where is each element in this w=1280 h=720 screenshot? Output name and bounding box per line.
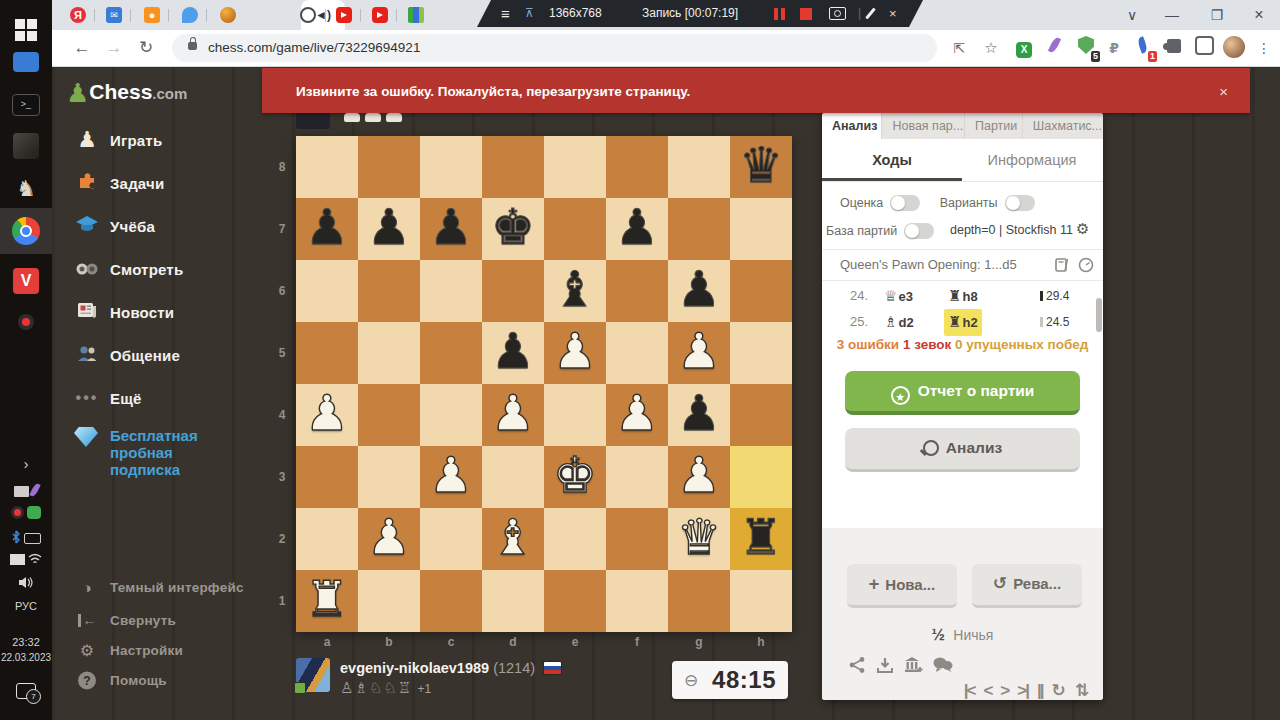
- people-icon: [74, 344, 100, 366]
- player-clock: ⊖ 48:15: [672, 661, 788, 699]
- mistakes-count: 3 ошибки: [837, 337, 899, 352]
- explorer-clock-icon[interactable]: [1078, 257, 1094, 273]
- binoculars-icon: [74, 258, 100, 280]
- tray-record-bear-icons[interactable]: [0, 506, 52, 521]
- square-e6[interactable]: ♝: [544, 260, 606, 322]
- online-badge: [294, 682, 306, 694]
- chess-board[interactable]: ♛♟♟♟♚♟♝♟♟♟♟♟♟♟♟♟♚♟♟♝♛♜♜: [296, 136, 792, 632]
- white-move-24[interactable]: ♕e3: [884, 283, 913, 310]
- yandex-tab-icon[interactable]: Я: [70, 7, 86, 23]
- white-pawn-c3[interactable]: ♟: [420, 446, 482, 508]
- game-stats: 3 ошибки 1 зевок 0 упущенных побед: [822, 337, 1103, 352]
- square-g3[interactable]: ♟: [668, 446, 730, 508]
- square-b2[interactable]: ♟: [358, 508, 420, 570]
- white-bishop-icon: ♗: [884, 313, 897, 331]
- square-c4[interactable]: [420, 384, 482, 446]
- square-f3[interactable]: [606, 446, 668, 508]
- panel-lower-section: +Нова... ↺Рева... ½ Ничья |< <: [822, 528, 1103, 700]
- plus-icon: +: [869, 574, 880, 594]
- file-label-g: g: [668, 635, 730, 649]
- move-navigation: |< < > >| || ↻ ⇅: [964, 680, 1089, 701]
- recorder-stop-icon[interactable]: [800, 0, 812, 27]
- player-avatar[interactable]: [296, 658, 330, 692]
- database-toggle-label: База партий: [826, 224, 897, 238]
- square-a8[interactable]: [296, 136, 358, 198]
- opening-row[interactable]: Queen's Pawn Opening: 1...d5: [822, 249, 1103, 281]
- white-king-e3[interactable]: ♚: [544, 446, 606, 508]
- black-rook-icon: ♜: [948, 287, 961, 305]
- sidebar-item-dark-ui[interactable]: ◑ Темный интерфейс: [52, 572, 262, 602]
- notifications-icon[interactable]: 7: [0, 683, 52, 703]
- rank-label-5: 5: [274, 346, 290, 360]
- database-toggle-row: База партий: [826, 223, 934, 239]
- blunders-count: 1 зевок: [903, 337, 951, 352]
- clock-date: 22.03.2023: [0, 652, 52, 663]
- square-g7[interactable]: [668, 198, 730, 260]
- rank-label-2: 2: [274, 532, 290, 546]
- database-bank-icon[interactable]: [904, 656, 923, 674]
- nav-first-icon[interactable]: |<: [964, 681, 975, 701]
- game-report-button[interactable]: ★Отчет о партии: [845, 371, 1080, 415]
- nav-pause-icon[interactable]: ||: [1037, 681, 1043, 701]
- square-g1[interactable]: [668, 570, 730, 632]
- lines-toggle-label: Варианты: [940, 196, 998, 210]
- lines-toggle[interactable]: [1005, 195, 1035, 211]
- square-f6[interactable]: [606, 260, 668, 322]
- sidebar-item-puzzles[interactable]: Задачи: [52, 162, 262, 204]
- square-c7[interactable]: ♟: [420, 198, 482, 260]
- diamond-icon: [74, 427, 98, 447]
- square-g8[interactable]: [668, 136, 730, 198]
- extension-green-icon[interactable]: X: [1012, 36, 1036, 60]
- square-e7[interactable]: [544, 198, 606, 260]
- square-c1[interactable]: [420, 570, 482, 632]
- black-king-d7[interactable]: ♚: [482, 198, 544, 260]
- square-a5[interactable]: [296, 322, 358, 384]
- notification-count: 7: [26, 689, 41, 704]
- recorder-pause-icon[interactable]: [772, 0, 786, 27]
- panel-tabs: Анализ Новая пар... Партии Шахматис...: [822, 113, 1103, 139]
- chrome-app-icon[interactable]: [0, 217, 52, 249]
- analysis-panel: Анализ Новая пар... Партии Шахматис... Х…: [822, 113, 1103, 700]
- player-rating: (1214): [493, 660, 535, 676]
- youtube-tab-icon-2[interactable]: [372, 7, 388, 23]
- eval-toggle-row: Оценка Варианты: [840, 195, 1035, 211]
- square-d2[interactable]: ♝: [482, 508, 544, 570]
- opponent-captured-piece: [365, 113, 381, 122]
- square-g4[interactable]: ♟: [668, 384, 730, 446]
- tray-monitor-feather-icons[interactable]: [0, 483, 52, 499]
- new-game-button[interactable]: +Нова...: [847, 564, 957, 608]
- chesscom-pawn-icon: ♟: [66, 78, 89, 108]
- square-d8[interactable]: [482, 136, 544, 198]
- move-row-25[interactable]: 25. ♗d2 ♜h2 24.5: [822, 309, 1103, 335]
- square-e2[interactable]: [544, 508, 606, 570]
- square-a4[interactable]: ♟: [296, 384, 358, 446]
- database-toggle[interactable]: [904, 223, 934, 239]
- file-label-a: a: [296, 635, 358, 649]
- square-b5[interactable]: [358, 322, 420, 384]
- wifi-icon: [28, 553, 42, 565]
- share-icon[interactable]: [848, 656, 866, 674]
- recorder-screenshot-icon[interactable]: [829, 0, 846, 27]
- square-b6[interactable]: [358, 260, 420, 322]
- tab-games[interactable]: Партии: [965, 113, 1023, 139]
- opponent-captured-piece: [344, 113, 360, 122]
- extension-shield-icon[interactable]: 5: [1074, 36, 1098, 60]
- file-label-f: f: [606, 635, 668, 649]
- square-c6[interactable]: [420, 260, 482, 322]
- rank-label-8: 8: [274, 160, 290, 174]
- white-pawn-f4[interactable]: ♟: [606, 384, 668, 446]
- chess-app-icon[interactable]: ♞: [0, 176, 52, 202]
- window-restore-button[interactable]: ❐: [1202, 0, 1232, 30]
- engine-settings-gear-icon[interactable]: ⚙: [1076, 220, 1089, 238]
- star-icon: ★: [891, 386, 910, 405]
- white-move-25[interactable]: ♗d2: [884, 309, 914, 336]
- white-queen-g2[interactable]: ♛: [668, 508, 730, 570]
- black-move-24[interactable]: ♜h8: [948, 283, 978, 310]
- black-pawn-a7[interactable]: ♟: [296, 198, 358, 260]
- white-pawn-e5[interactable]: ♟: [544, 322, 606, 384]
- stats-tab-icon[interactable]: [408, 7, 424, 23]
- file-label-e: e: [544, 635, 606, 649]
- address-bar[interactable]: chess.com/game/live/73229694921: [172, 34, 937, 62]
- engine-status: depth=0 | Stockfish 11: [950, 223, 1073, 237]
- square-f2[interactable]: [606, 508, 668, 570]
- sidebar-item-play[interactable]: ♟ Играть: [52, 119, 262, 161]
- white-rook-a1[interactable]: ♜: [296, 570, 358, 632]
- square-a1[interactable]: ♜: [296, 570, 358, 632]
- square-h4[interactable]: [730, 384, 792, 446]
- square-e5[interactable]: ♟: [544, 322, 606, 384]
- square-h7[interactable]: [730, 198, 792, 260]
- more-dots-icon: •••: [74, 389, 100, 407]
- sidebar-item-collapse[interactable]: ← Свернуть: [52, 605, 262, 635]
- black-rook-h2[interactable]: ♜: [730, 508, 792, 570]
- square-d1[interactable]: [482, 570, 544, 632]
- square-g2[interactable]: ♛: [668, 508, 730, 570]
- white-bishop-d2[interactable]: ♝: [482, 508, 544, 570]
- square-h1[interactable]: [730, 570, 792, 632]
- square-b8[interactable]: [358, 136, 420, 198]
- white-queen-icon: ♕: [884, 287, 897, 305]
- forward-button[interactable]: →: [100, 34, 128, 62]
- screen: >_ ♞ V › РУС 23:32 22.03.2023 7 Я ✉ ● ◄): [0, 0, 1280, 720]
- square-g5[interactable]: ♟: [668, 322, 730, 384]
- sidebar-item-watch[interactable]: Смотреть: [52, 248, 262, 290]
- square-f4[interactable]: ♟: [606, 384, 668, 446]
- move-number: 25.: [850, 309, 868, 335]
- square-b4[interactable]: [358, 384, 420, 446]
- youtube-tab-icon[interactable]: [336, 7, 352, 23]
- result-half: ½: [932, 626, 945, 643]
- rematch-icon: ↺: [993, 574, 1007, 593]
- square-a3[interactable]: [296, 446, 358, 508]
- tray-bluetooth-battery-icons[interactable]: [0, 530, 52, 546]
- black-pawn-g6[interactable]: ♟: [668, 260, 730, 322]
- language-indicator[interactable]: РУС: [0, 600, 52, 612]
- square-h8[interactable]: ♛: [730, 136, 792, 198]
- opponent-captured-piece: [386, 113, 402, 122]
- player-name[interactable]: evgeniy-nikolaev1989 (1214): [340, 660, 561, 676]
- square-h3[interactable]: [730, 446, 792, 508]
- missed-wins-count: 0 упущенных побед: [955, 337, 1088, 352]
- extension-feather-icon[interactable]: [1042, 36, 1066, 60]
- tab-new-game[interactable]: Новая пар...: [882, 113, 965, 139]
- black-move-25-current[interactable]: ♜h2: [944, 309, 982, 336]
- square-c3[interactable]: ♟: [420, 446, 482, 508]
- sidebar-item-learn[interactable]: Учёба: [52, 205, 262, 247]
- browser-tabstrip: Я ✉ ● ◄) ≡ ⊼ 1366x768 Запись [00:07:19] …: [52, 0, 1280, 30]
- download-icon[interactable]: [876, 656, 894, 674]
- square-b1[interactable]: [358, 570, 420, 632]
- speaker-tab-icon: ◄): [315, 7, 331, 23]
- sidebar-item-social[interactable]: Общение: [52, 334, 262, 376]
- move-number: 24.: [850, 283, 868, 309]
- square-d4[interactable]: ♟: [482, 384, 544, 446]
- black-bishop-e6[interactable]: ♝: [544, 260, 606, 322]
- black-pawn-f7[interactable]: ♟: [606, 198, 668, 260]
- help-icon: ?: [74, 671, 100, 690]
- trial-banner[interactable]: [74, 427, 98, 451]
- black-pawn-b7[interactable]: ♟: [358, 198, 420, 260]
- white-pawn-g3[interactable]: ♟: [668, 446, 730, 508]
- recorder-menu-icon[interactable]: ≡: [501, 0, 510, 27]
- extensions-puzzle-icon[interactable]: [1162, 36, 1186, 60]
- banner-close-icon[interactable]: ×: [1219, 82, 1228, 99]
- file-label-b: b: [358, 635, 420, 649]
- black-queen-h8[interactable]: ♛: [730, 136, 792, 198]
- trial-label[interactable]: Бесплатная пробная подписка: [110, 427, 198, 478]
- subtab-moves[interactable]: Ходы: [822, 139, 962, 181]
- window-close-button[interactable]: ×: [1244, 0, 1274, 30]
- file-label-h: h: [730, 635, 792, 649]
- magnifier-icon: [923, 440, 939, 456]
- subtab-information[interactable]: Информация: [962, 139, 1102, 181]
- square-e3[interactable]: ♚: [544, 446, 606, 508]
- white-pawn-g5[interactable]: ♟: [668, 322, 730, 384]
- collapse-icon: ←: [74, 612, 100, 628]
- browser-menu-icon[interactable]: ⋮: [1252, 36, 1276, 60]
- rank-label-1: 1: [274, 594, 290, 608]
- square-c5[interactable]: [420, 322, 482, 384]
- subtab-underline: [822, 178, 962, 181]
- black-pawn-g4[interactable]: ♟: [668, 384, 730, 446]
- mail-app-icon[interactable]: [0, 52, 52, 76]
- square-a2[interactable]: [296, 508, 358, 570]
- square-d3[interactable]: [482, 446, 544, 508]
- black-rook-icon: ♜: [948, 313, 961, 331]
- tray-expand-icon[interactable]: ›: [0, 456, 52, 472]
- sphere-tab-icon[interactable]: [220, 7, 236, 23]
- moves-scrollbar[interactable]: [1096, 298, 1102, 332]
- black-pawn-d5[interactable]: ♟: [482, 322, 544, 384]
- battery-icon: [24, 533, 41, 544]
- eval-value-25: 24.5: [1040, 309, 1069, 335]
- white-pawn-b2[interactable]: ♟: [358, 508, 420, 570]
- move-row-24[interactable]: 24. ♕e3 ♜h8 29.4: [822, 283, 1103, 309]
- square-d5[interactable]: ♟: [482, 322, 544, 384]
- square-d6[interactable]: [482, 260, 544, 322]
- square-e8[interactable]: [544, 136, 606, 198]
- recorder-close-icon[interactable]: ×: [889, 0, 897, 27]
- recorder-resolution: 1366x768: [549, 0, 602, 27]
- square-f8[interactable]: [606, 136, 668, 198]
- settings-gear-icon: ⚙: [74, 641, 100, 660]
- recorder-app-icon[interactable]: [0, 314, 52, 334]
- file-label-d: d: [482, 635, 544, 649]
- bear-icon: [27, 506, 41, 519]
- nav-prev-icon[interactable]: <: [983, 681, 991, 701]
- eval-toggle-label: Оценка: [840, 196, 883, 210]
- white-pawn-d4[interactable]: ♟: [482, 384, 544, 446]
- square-b3[interactable]: [358, 446, 420, 508]
- square-g6[interactable]: ♟: [668, 260, 730, 322]
- recorder-pin-icon[interactable]: ⊼: [525, 0, 534, 27]
- rematch-button[interactable]: ↺Рева...: [972, 564, 1082, 608]
- clock-pause-icon: ⊖: [684, 670, 698, 691]
- orange-tab-icon[interactable]: ●: [144, 7, 160, 23]
- terminal-app-icon[interactable]: >_: [0, 93, 52, 116]
- chat-icon[interactable]: [933, 656, 953, 674]
- start-button-icon[interactable]: [0, 15, 52, 41]
- square-f1[interactable]: [606, 570, 668, 632]
- rank-label-4: 4: [274, 408, 290, 422]
- square-b7[interactable]: ♟: [358, 198, 420, 260]
- window-minimize-button[interactable]: —: [1157, 0, 1187, 30]
- square-h6[interactable]: [730, 260, 792, 322]
- analysis-button[interactable]: Анализ: [845, 428, 1080, 472]
- share-row: [848, 656, 953, 674]
- tab-players[interactable]: Шахматис...: [1023, 113, 1103, 139]
- feather-icon: [29, 482, 40, 497]
- square-e1[interactable]: [544, 570, 606, 632]
- square-h2[interactable]: ♜: [730, 508, 792, 570]
- nav-last-icon[interactable]: >|: [1017, 681, 1028, 701]
- square-f5[interactable]: [606, 322, 668, 384]
- sidebar-item-news[interactable]: Новости: [52, 291, 262, 333]
- profile-avatar[interactable]: [1222, 36, 1246, 60]
- material-advantage: +1: [417, 682, 431, 696]
- screen-recorder-bar: ≡ ⊼ 1366x768 Запись [00:07:19] | ×: [477, 0, 923, 27]
- volume-icon[interactable]: [0, 576, 52, 591]
- bluetooth-icon: [11, 530, 21, 544]
- nav-flip-icon[interactable]: ⇅: [1075, 680, 1089, 701]
- opening-name: Queen's Pawn Opening: 1...d5: [840, 250, 1017, 280]
- os-taskbar: >_ ♞ V › РУС 23:32 22.03.2023 7: [0, 0, 52, 720]
- window-menu-chevron[interactable]: ∨: [1117, 0, 1147, 30]
- back-button[interactable]: ←: [68, 34, 96, 62]
- square-c2[interactable]: [420, 508, 482, 570]
- extension-ruble-icon[interactable]: ₽: [1102, 36, 1126, 60]
- error-banner-text: Извините за ошибку. Пожалуйста, перезагр…: [296, 83, 690, 98]
- rank-label-6: 6: [274, 284, 290, 298]
- nav-next-icon[interactable]: >: [1000, 681, 1008, 701]
- eval-toggle[interactable]: [890, 195, 920, 211]
- file-label-c: c: [420, 635, 482, 649]
- reload-button[interactable]: ↻: [132, 34, 160, 62]
- panel-subtabs: Ходы Информация: [822, 139, 1103, 182]
- share-page-icon[interactable]: ⇱: [945, 34, 973, 62]
- square-h5[interactable]: [730, 322, 792, 384]
- url-text: chess.com/game/live/73229694921: [208, 34, 420, 62]
- bookmark-star-icon[interactable]: ☆: [977, 34, 1005, 62]
- chesscom-logo[interactable]: ♟Chess.com: [66, 78, 187, 108]
- square-e4[interactable]: [544, 384, 606, 446]
- clock-time: 23:32: [0, 636, 52, 648]
- browser-toolbar: ← → ↻ chess.com/game/live/73229694921 ⇱ …: [52, 30, 1280, 67]
- rank-label-7: 7: [274, 222, 290, 236]
- extension-panel-icon[interactable]: [1192, 36, 1216, 60]
- extension-badge: 1: [1148, 51, 1157, 62]
- image-app-icon[interactable]: [0, 133, 52, 163]
- clock-value: 48:15: [712, 666, 776, 694]
- shield-badge: 5: [1091, 51, 1100, 62]
- error-banner: Извините за ошибку. Пожалуйста, перезагр…: [262, 68, 1250, 113]
- graduation-cap-icon: [74, 214, 100, 238]
- sidebar-item-help[interactable]: ? Помощь: [52, 665, 262, 695]
- square-a6[interactable]: [296, 260, 358, 322]
- tray-disk-wifi-icons[interactable]: [0, 553, 52, 567]
- brightness-icon: ◑: [74, 579, 100, 596]
- russia-flag-icon: [544, 662, 561, 674]
- chat-tab-icon[interactable]: [182, 7, 198, 23]
- game-result: ½ Ничья: [822, 626, 1103, 644]
- tab-analysis[interactable]: Анализ: [822, 113, 882, 139]
- extension-blue-icon[interactable]: 1: [1130, 36, 1154, 60]
- recorder-pencil-icon[interactable]: [869, 0, 872, 27]
- play-pawn-icon: ♟: [74, 127, 100, 153]
- stopwatch-tab-icon[interactable]: [300, 7, 316, 23]
- sidebar-item-more[interactable]: ••• Ещё: [52, 377, 262, 419]
- eval-value-24: 29.4: [1040, 283, 1069, 309]
- newspaper-icon: [74, 301, 100, 323]
- white-pawn-a4[interactable]: ♟: [296, 384, 358, 446]
- vivaldi-app-icon[interactable]: V: [0, 268, 52, 294]
- nav-redo-icon[interactable]: ↻: [1052, 680, 1066, 701]
- result-label: Ничья: [953, 627, 993, 643]
- sidebar-item-settings[interactable]: ⚙ Настройки: [52, 635, 262, 665]
- square-d7[interactable]: ♚: [482, 198, 544, 260]
- puzzle-icon: [74, 170, 100, 196]
- player-captured-pieces: ♙♗♘♘♖ +1: [340, 679, 431, 697]
- opening-book-icon[interactable]: [1054, 257, 1070, 273]
- chesscom-page: ♟Chess.com ♟ Играть Задачи Учёба Смотрет…: [52, 67, 1280, 720]
- mail-tab-icon[interactable]: ✉: [106, 7, 122, 23]
- recorder-status: Запись [00:07:19]: [642, 0, 738, 27]
- square-c8[interactable]: [420, 136, 482, 198]
- square-a7[interactable]: ♟: [296, 198, 358, 260]
- rank-label-3: 3: [274, 470, 290, 484]
- black-pawn-c7[interactable]: ♟: [420, 198, 482, 260]
- square-f7[interactable]: ♟: [606, 198, 668, 260]
- lock-icon: [188, 42, 197, 50]
